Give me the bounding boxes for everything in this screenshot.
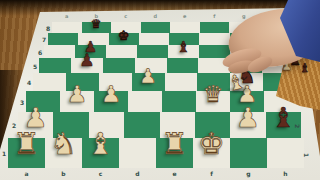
- square-c5[interactable]: [103, 58, 135, 73]
- white-pawn-b3[interactable]: ♟: [67, 83, 88, 106]
- file-label-top-g: g: [242, 13, 246, 19]
- white-rook-a1[interactable]: ♜: [13, 130, 40, 160]
- square-a4[interactable]: [33, 73, 66, 91]
- file-label-top-c: c: [124, 13, 127, 19]
- white-queen-f3[interactable]: ♛: [203, 83, 224, 106]
- file-label-top-e: e: [183, 13, 186, 19]
- square-f7[interactable]: [199, 33, 229, 45]
- square-c6[interactable]: [106, 45, 137, 58]
- video-frame: ♜♞♝♜♚♟♟♟♟♛♟♟♞♟♟♝♚♛♝aabbccddeeffgghh12345…: [0, 0, 320, 180]
- file-label-bottom-d: d: [135, 170, 139, 177]
- file-label-bottom-h: h: [283, 170, 287, 177]
- square-e4[interactable]: [165, 73, 198, 91]
- file-label-bottom-a: a: [24, 170, 28, 177]
- captured-black-bishop: ♝: [300, 62, 311, 74]
- rank-label-left-5: 5: [33, 63, 37, 70]
- black-bishop-e6[interactable]: ♝: [177, 40, 190, 55]
- rank-label-left-1: 1: [2, 150, 6, 157]
- white-pawn-g2[interactable]: ♟: [236, 104, 260, 131]
- square-a8[interactable]: [52, 22, 82, 33]
- square-e5[interactable]: [167, 58, 199, 73]
- black-pawn-b6[interactable]: ♟: [84, 40, 97, 55]
- file-label-top-d: d: [153, 13, 157, 19]
- black-king-c7[interactable]: ♚: [118, 29, 130, 42]
- square-h1[interactable]: [267, 138, 304, 168]
- square-a6[interactable]: [44, 45, 75, 58]
- square-g1[interactable]: [230, 138, 267, 168]
- file-label-bottom-b: b: [61, 170, 65, 177]
- square-e3[interactable]: [162, 91, 196, 112]
- black-queen-b8[interactable]: ♛: [91, 18, 102, 30]
- rank-label-left-6: 6: [38, 49, 42, 56]
- rank-label-right-1: 1: [303, 153, 310, 157]
- file-label-bottom-g: g: [246, 170, 250, 177]
- white-rook-e1[interactable]: ♜: [161, 130, 188, 160]
- square-d1[interactable]: [119, 138, 156, 168]
- black-bishop-h2[interactable]: ♝: [271, 104, 295, 131]
- white-pawn-a2[interactable]: ♟: [24, 104, 48, 131]
- rank-label-left-7: 7: [42, 36, 46, 43]
- file-label-bottom-f: f: [210, 170, 213, 177]
- white-bishop-c1[interactable]: ♝: [87, 130, 114, 160]
- square-e8[interactable]: [170, 22, 200, 33]
- square-d7[interactable]: [139, 33, 169, 45]
- rank-label-left-4: 4: [27, 79, 31, 86]
- file-label-bottom-c: c: [99, 170, 103, 177]
- file-label-bottom-e: e: [172, 170, 176, 177]
- white-pawn-d4[interactable]: ♟: [139, 66, 157, 86]
- white-pawn-c3[interactable]: ♟: [101, 83, 122, 106]
- square-d8[interactable]: [141, 22, 171, 33]
- square-f8[interactable]: [200, 22, 230, 33]
- white-king-f1[interactable]: ♚: [198, 130, 225, 160]
- square-a5[interactable]: [39, 58, 71, 73]
- rank-label-left-8: 8: [46, 25, 50, 32]
- file-label-top-a: a: [65, 13, 68, 19]
- square-d3[interactable]: [128, 91, 162, 112]
- square-a7[interactable]: [48, 33, 78, 45]
- white-knight-b1[interactable]: ♞: [50, 130, 77, 160]
- file-label-top-f: f: [213, 13, 215, 19]
- square-d2[interactable]: [124, 112, 159, 138]
- square-d6[interactable]: [137, 45, 168, 58]
